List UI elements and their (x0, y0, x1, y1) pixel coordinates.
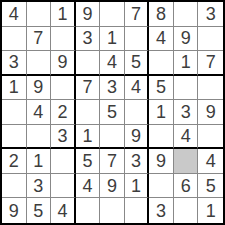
cell-r1c6[interactable]: 7 (125, 2, 150, 27)
cell-r5c3[interactable]: 2 (51, 100, 76, 125)
cell-r9c2[interactable]: 5 (27, 198, 52, 223)
cell-r4c3[interactable] (51, 76, 76, 101)
cell-r2c9[interactable] (198, 27, 223, 52)
cell-r9c1[interactable]: 9 (2, 198, 27, 223)
cell-r6c9[interactable] (198, 125, 223, 150)
cell-r4c7[interactable]: 5 (149, 76, 174, 101)
cell-r6c7[interactable] (149, 125, 174, 150)
cell-r2c8[interactable]: 9 (174, 27, 199, 52)
cell-r1c1[interactable]: 4 (2, 2, 27, 27)
cell-r6c3[interactable]: 3 (51, 125, 76, 150)
cell-r9c7[interactable]: 3 (149, 198, 174, 223)
cell-r8c5[interactable]: 9 (100, 174, 125, 199)
cell-r3c9[interactable]: 7 (198, 51, 223, 76)
cell-r2c4[interactable]: 3 (76, 27, 101, 52)
cell-r3c2[interactable] (27, 51, 52, 76)
cell-r4c6[interactable]: 4 (125, 76, 150, 101)
cell-r1c7[interactable]: 8 (149, 2, 174, 27)
cell-r6c8[interactable]: 4 (174, 125, 199, 150)
cell-r6c6[interactable]: 9 (125, 125, 150, 150)
cell-r7c7[interactable]: 9 (149, 149, 174, 174)
cell-r8c4[interactable]: 4 (76, 174, 101, 199)
cell-r2c6[interactable] (125, 27, 150, 52)
cell-r9c4[interactable] (76, 198, 101, 223)
cell-r8c3[interactable] (51, 174, 76, 199)
cell-r6c5[interactable] (100, 125, 125, 150)
cell-r6c4[interactable]: 1 (76, 125, 101, 150)
cell-r7c3[interactable] (51, 149, 76, 174)
cell-r6c2[interactable] (27, 125, 52, 150)
cell-r1c9[interactable]: 3 (198, 2, 223, 27)
cell-r5c2[interactable]: 4 (27, 100, 52, 125)
cell-r1c4[interactable]: 9 (76, 2, 101, 27)
cell-r7c6[interactable]: 3 (125, 149, 150, 174)
cell-r3c6[interactable]: 5 (125, 51, 150, 76)
cell-r7c2[interactable]: 1 (27, 149, 52, 174)
cell-r8c2[interactable]: 3 (27, 174, 52, 199)
cell-r2c2[interactable]: 7 (27, 27, 52, 52)
cell-r1c3[interactable]: 1 (51, 2, 76, 27)
cell-r8c9[interactable]: 5 (198, 174, 223, 199)
cell-r9c5[interactable] (100, 198, 125, 223)
cell-r8c1[interactable] (2, 174, 27, 199)
cell-r1c8[interactable] (174, 2, 199, 27)
cell-r8c6[interactable]: 1 (125, 174, 150, 199)
cell-r1c5[interactable] (100, 2, 125, 27)
cell-r2c3[interactable] (51, 27, 76, 52)
cell-r8c8[interactable]: 6 (174, 174, 199, 199)
cell-r5c9[interactable]: 9 (198, 100, 223, 125)
cell-r5c4[interactable] (76, 100, 101, 125)
cell-r7c9[interactable]: 4 (198, 149, 223, 174)
cell-r4c9[interactable] (198, 76, 223, 101)
cell-r4c4[interactable]: 7 (76, 76, 101, 101)
cell-r9c6[interactable] (125, 198, 150, 223)
cell-r1c2[interactable] (27, 2, 52, 27)
cell-r3c3[interactable]: 9 (51, 51, 76, 76)
cell-r4c8[interactable] (174, 76, 199, 101)
cell-r6c1[interactable] (2, 125, 27, 150)
cell-r5c7[interactable]: 1 (149, 100, 174, 125)
cell-r8c7[interactable] (149, 174, 174, 199)
cell-r5c8[interactable]: 3 (174, 100, 199, 125)
cell-r3c1[interactable]: 3 (2, 51, 27, 76)
cell-r9c3[interactable]: 4 (51, 198, 76, 223)
cell-r7c4[interactable]: 5 (76, 149, 101, 174)
cell-r9c8[interactable] (174, 198, 199, 223)
cell-r7c8[interactable] (174, 149, 199, 174)
cell-r5c1[interactable] (2, 100, 27, 125)
cell-r5c6[interactable] (125, 100, 150, 125)
cell-r3c8[interactable]: 1 (174, 51, 199, 76)
cell-r4c1[interactable]: 1 (2, 76, 27, 101)
cell-r4c2[interactable]: 9 (27, 76, 52, 101)
cell-r5c5[interactable]: 5 (100, 100, 125, 125)
sudoku-board: 4197837314939451719734542513931942157394… (0, 0, 225, 225)
cell-r7c5[interactable]: 7 (100, 149, 125, 174)
cell-r2c5[interactable]: 1 (100, 27, 125, 52)
cell-r4c5[interactable]: 3 (100, 76, 125, 101)
cell-r9c9[interactable]: 1 (198, 198, 223, 223)
cell-r2c7[interactable]: 4 (149, 27, 174, 52)
cell-r3c4[interactable] (76, 51, 101, 76)
cell-r2c1[interactable] (2, 27, 27, 52)
cell-r7c1[interactable]: 2 (2, 149, 27, 174)
cell-r3c7[interactable] (149, 51, 174, 76)
cell-r3c5[interactable]: 4 (100, 51, 125, 76)
